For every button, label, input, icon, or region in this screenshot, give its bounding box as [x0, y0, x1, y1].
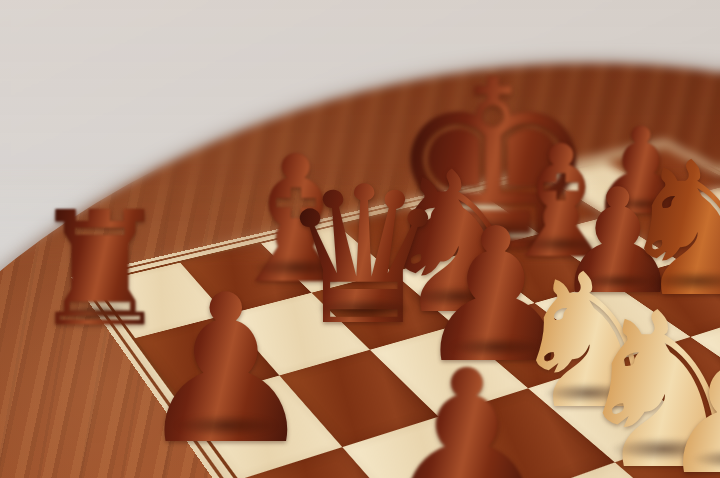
photo-scene: ♜♟♝♛♞♚♝♟♟♞♟♞♞♟♟: [0, 0, 720, 478]
piece-light-pawn-rim: ♟: [656, 320, 720, 478]
piece-dark-pawn-b7: ♟: [134, 268, 318, 473]
piece-dark-pawn-e5: ♟: [377, 344, 556, 478]
